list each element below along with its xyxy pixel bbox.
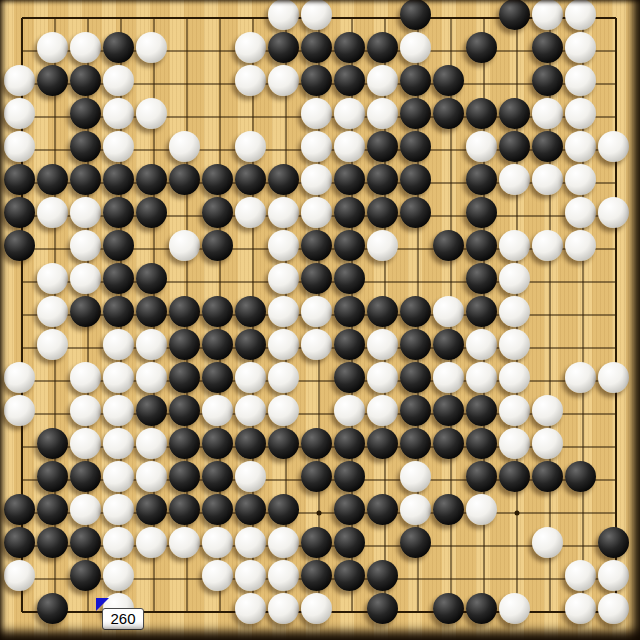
black-stone [598,527,629,558]
black-stone [400,131,431,162]
white-stone [235,197,266,228]
move-number-label: 260 [102,608,144,630]
white-stone [235,395,266,426]
white-stone [268,362,299,393]
black-stone [136,263,167,294]
black-stone [301,263,332,294]
black-stone [367,428,398,459]
white-stone [4,98,35,129]
white-stone [37,32,68,63]
black-stone [532,131,563,162]
white-stone [301,0,332,30]
white-stone [334,131,365,162]
white-stone [598,131,629,162]
black-stone [37,428,68,459]
white-stone [301,296,332,327]
black-stone [202,164,233,195]
black-stone [367,197,398,228]
black-stone [235,494,266,525]
white-stone [499,362,530,393]
white-stone [301,329,332,360]
white-stone [268,197,299,228]
white-stone [367,98,398,129]
white-stone [70,263,101,294]
white-stone [4,65,35,96]
white-stone [532,0,563,30]
black-stone [334,296,365,327]
white-stone [136,98,167,129]
black-stone [103,230,134,261]
black-stone [334,527,365,558]
white-stone [235,593,266,624]
black-stone [565,461,596,492]
white-stone [70,32,101,63]
white-stone [202,395,233,426]
black-stone [70,560,101,591]
black-stone [433,65,464,96]
white-stone [136,329,167,360]
black-stone [301,428,332,459]
white-stone [301,593,332,624]
black-stone [400,0,431,30]
black-stone [37,494,68,525]
black-stone [70,527,101,558]
white-stone [70,362,101,393]
white-stone [37,296,68,327]
white-stone [136,428,167,459]
black-stone [301,32,332,63]
black-stone [466,428,497,459]
black-stone [367,560,398,591]
white-stone [301,164,332,195]
white-stone [268,0,299,30]
white-stone [235,461,266,492]
white-stone [301,197,332,228]
white-stone [367,395,398,426]
black-stone [499,461,530,492]
white-stone [565,164,596,195]
black-stone [235,329,266,360]
white-stone [367,362,398,393]
black-stone [169,428,200,459]
white-stone [268,230,299,261]
black-stone [466,263,497,294]
white-stone [103,527,134,558]
black-stone [334,197,365,228]
black-stone [400,362,431,393]
black-stone [532,32,563,63]
white-stone [103,131,134,162]
black-stone [37,461,68,492]
white-stone [235,131,266,162]
black-stone [400,296,431,327]
white-stone [4,560,35,591]
black-stone [37,527,68,558]
black-stone [202,329,233,360]
white-stone [169,131,200,162]
black-stone [466,98,497,129]
white-stone [400,494,431,525]
white-stone [598,593,629,624]
black-stone [136,494,167,525]
black-stone [70,296,101,327]
black-stone [169,395,200,426]
black-stone [466,197,497,228]
white-stone [499,230,530,261]
black-stone [400,65,431,96]
white-stone [235,32,266,63]
white-stone [103,461,134,492]
white-stone [103,329,134,360]
black-stone [433,230,464,261]
black-stone [4,527,35,558]
white-stone [103,65,134,96]
black-stone [400,527,431,558]
white-stone [70,494,101,525]
white-stone [37,329,68,360]
black-stone [334,362,365,393]
white-stone [565,98,596,129]
black-stone [70,65,101,96]
black-stone [466,395,497,426]
black-stone [301,461,332,492]
black-stone [136,197,167,228]
black-stone [70,461,101,492]
white-stone [136,32,167,63]
black-stone [466,461,497,492]
white-stone [565,593,596,624]
white-stone [70,197,101,228]
black-stone [202,428,233,459]
white-stone [136,461,167,492]
white-stone [565,197,596,228]
white-stone [499,329,530,360]
white-stone [433,362,464,393]
black-stone [268,32,299,63]
black-stone [367,296,398,327]
white-stone [466,494,497,525]
black-stone [466,296,497,327]
black-stone [202,296,233,327]
black-stone [169,494,200,525]
white-stone [466,362,497,393]
white-stone [499,593,530,624]
black-stone [202,230,233,261]
white-stone [37,263,68,294]
white-stone [532,164,563,195]
black-stone [169,362,200,393]
black-stone [136,164,167,195]
white-stone [400,461,431,492]
white-stone [4,131,35,162]
black-stone [37,65,68,96]
black-stone [103,32,134,63]
go-game-screenshot: 260 [0,0,640,640]
black-stone [466,164,497,195]
black-stone [334,230,365,261]
white-stone [367,65,398,96]
black-stone [367,131,398,162]
white-stone [103,560,134,591]
white-stone [598,362,629,393]
white-stone [235,65,266,96]
white-stone [268,527,299,558]
white-stone [565,560,596,591]
black-stone [70,164,101,195]
black-stone [334,560,365,591]
black-stone [169,164,200,195]
white-stone [235,527,266,558]
white-stone [37,197,68,228]
black-stone [268,428,299,459]
black-stone [235,296,266,327]
white-stone [499,296,530,327]
black-stone [400,329,431,360]
white-stone [268,395,299,426]
white-stone [103,395,134,426]
white-stone [268,296,299,327]
black-stone [301,230,332,261]
black-stone [169,461,200,492]
white-stone [268,263,299,294]
white-stone [70,395,101,426]
black-stone [4,164,35,195]
white-stone [532,98,563,129]
white-stone [598,560,629,591]
black-stone [433,395,464,426]
black-stone [4,197,35,228]
white-stone [202,527,233,558]
black-stone [400,164,431,195]
black-stone [532,461,563,492]
black-stone [532,65,563,96]
black-stone [499,0,530,30]
white-stone [136,527,167,558]
white-stone [565,131,596,162]
black-stone [400,395,431,426]
black-stone [202,197,233,228]
white-stone [367,329,398,360]
black-stone [70,131,101,162]
white-stone [268,593,299,624]
black-stone [433,494,464,525]
white-stone [565,65,596,96]
black-stone [103,263,134,294]
black-stone [301,65,332,96]
black-stone [400,98,431,129]
white-stone [532,395,563,426]
white-stone [334,98,365,129]
white-stone [103,494,134,525]
white-stone [70,230,101,261]
black-stone [37,164,68,195]
black-stone [466,32,497,63]
white-stone [565,362,596,393]
white-stone [301,98,332,129]
white-stone [4,362,35,393]
go-board[interactable]: 260 [0,0,640,640]
black-stone [169,329,200,360]
black-stone [499,131,530,162]
black-stone [202,461,233,492]
black-stone [70,98,101,129]
white-stone [598,197,629,228]
white-stone [565,0,596,30]
black-stone [433,593,464,624]
white-stone [268,329,299,360]
black-stone [433,98,464,129]
black-stone [103,164,134,195]
white-stone [532,428,563,459]
white-stone [268,65,299,96]
black-stone [334,32,365,63]
black-stone [367,593,398,624]
black-stone [466,230,497,261]
black-stone [301,527,332,558]
white-stone [235,560,266,591]
black-stone [268,164,299,195]
black-stone [4,230,35,261]
black-stone [202,494,233,525]
black-stone [37,593,68,624]
black-stone [334,494,365,525]
white-stone [466,131,497,162]
white-stone [466,329,497,360]
black-stone [169,296,200,327]
white-stone [499,263,530,294]
white-stone [565,230,596,261]
black-stone [400,197,431,228]
white-stone [301,131,332,162]
black-stone [136,296,167,327]
black-stone [103,197,134,228]
white-stone [499,164,530,195]
black-stone [367,164,398,195]
black-stone [268,494,299,525]
white-stone [499,395,530,426]
black-stone [235,428,266,459]
white-stone [235,362,266,393]
white-stone [4,395,35,426]
white-stone [103,362,134,393]
black-stone [301,560,332,591]
black-stone [334,428,365,459]
black-stone [136,395,167,426]
black-stone [400,428,431,459]
white-stone [70,428,101,459]
white-stone [400,32,431,63]
black-stone [367,32,398,63]
white-stone [103,98,134,129]
white-stone [532,230,563,261]
black-stone [4,494,35,525]
white-stone [334,395,365,426]
black-stone [433,329,464,360]
black-stone [334,329,365,360]
black-stone [433,428,464,459]
black-stone [367,494,398,525]
white-stone [532,527,563,558]
white-stone [169,230,200,261]
white-stone [169,527,200,558]
white-stone [433,296,464,327]
white-stone [202,560,233,591]
white-stone [367,230,398,261]
black-stone [334,65,365,96]
black-stone [235,164,266,195]
white-stone [136,362,167,393]
white-stone [268,560,299,591]
black-stone [499,98,530,129]
white-stone [499,428,530,459]
white-stone [103,428,134,459]
black-stone [334,263,365,294]
black-stone [202,362,233,393]
white-stone [565,32,596,63]
black-stone [334,164,365,195]
black-stone [103,296,134,327]
black-stone [334,461,365,492]
black-stone [466,593,497,624]
